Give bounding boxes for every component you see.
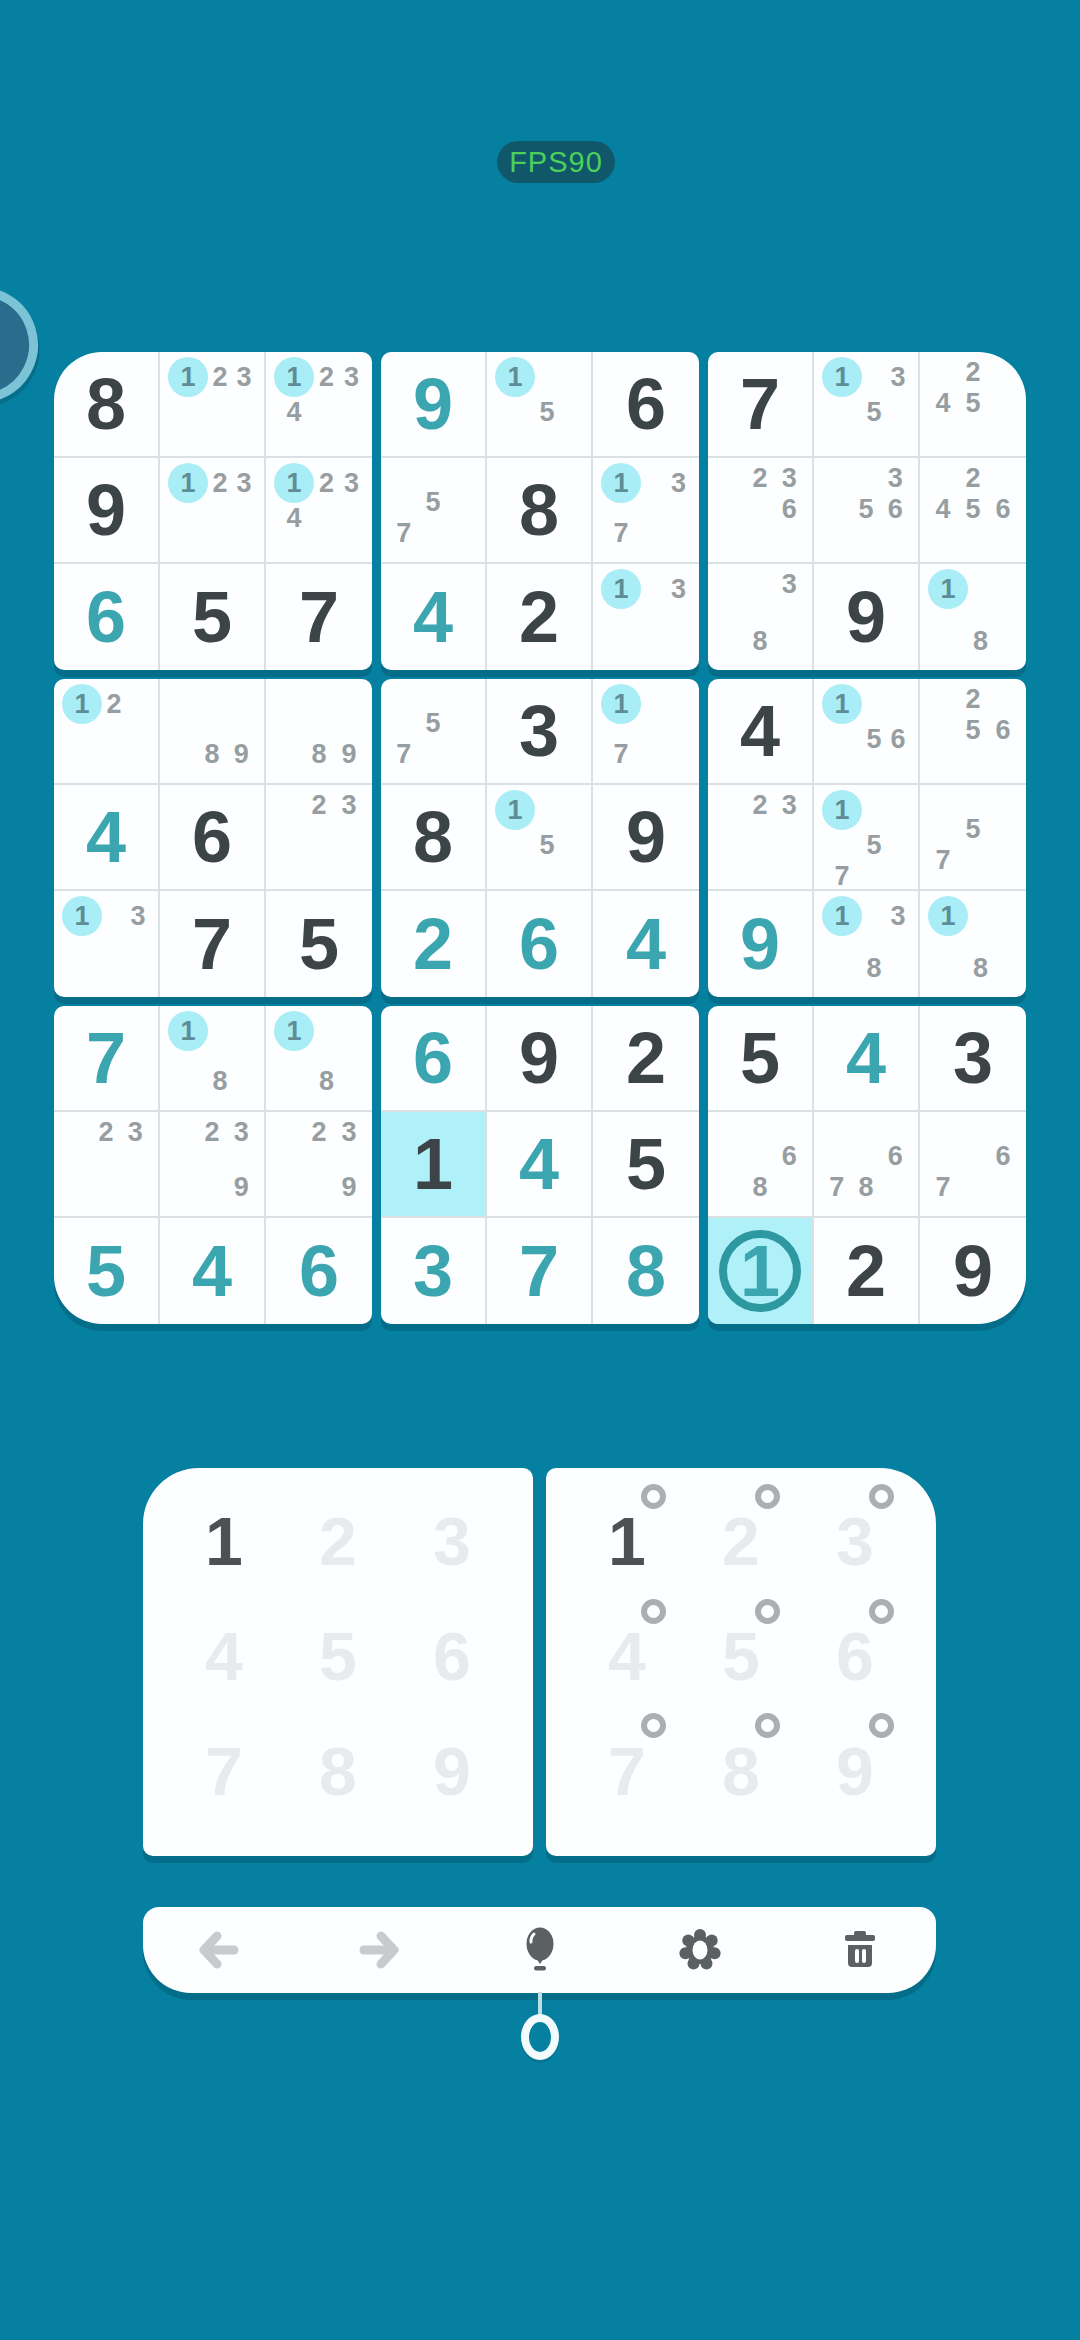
cell-note: 8 bbox=[314, 1066, 339, 1097]
cell-notes: 12 bbox=[62, 684, 150, 770]
key-label: 3 bbox=[836, 1502, 874, 1580]
board-cell[interactable]: 67 bbox=[920, 1112, 1026, 1218]
cell-notes: 1234 bbox=[274, 357, 364, 443]
undo-button[interactable] bbox=[191, 1922, 247, 1978]
cell-note: 5 bbox=[958, 814, 988, 845]
board-cell[interactable]: 4 bbox=[708, 679, 814, 785]
board-cell[interactable]: 1234 bbox=[266, 458, 372, 564]
number-pad: 123456789 bbox=[143, 1468, 533, 1856]
board-cell[interactable]: 8 bbox=[593, 1218, 699, 1324]
cell-note: 3 bbox=[775, 463, 804, 494]
board-cell[interactable]: 239 bbox=[266, 1112, 372, 1218]
board-cell[interactable]: 1 bbox=[708, 1218, 814, 1324]
board-cell[interactable]: 57 bbox=[920, 785, 1026, 891]
cell-value: 5 bbox=[626, 1128, 666, 1200]
cell-notes: 256 bbox=[928, 684, 1018, 770]
digit-key[interactable]: 9 bbox=[395, 1713, 509, 1828]
board-cell[interactable]: 9 bbox=[920, 1218, 1026, 1324]
board-cell[interactable]: 7 bbox=[54, 1006, 160, 1112]
cell-note: 3 bbox=[886, 896, 910, 936]
key-label: 8 bbox=[319, 1732, 357, 1810]
board-cell[interactable]: 23 bbox=[708, 785, 814, 891]
cell-note: 7 bbox=[928, 1172, 958, 1203]
settings-button[interactable] bbox=[672, 1922, 728, 1978]
note-digit-key[interactable]: 5 bbox=[684, 1599, 798, 1714]
cell-note: 5 bbox=[535, 397, 559, 428]
cell-notes: 156 bbox=[822, 684, 910, 770]
cell-notes: 68 bbox=[716, 1117, 804, 1203]
cell-notes: 18 bbox=[928, 896, 1018, 984]
cell-value: 9 bbox=[86, 474, 126, 546]
cell-value: 5 bbox=[86, 1235, 126, 1307]
erase-button[interactable] bbox=[832, 1922, 888, 1978]
key-label: 8 bbox=[722, 1732, 760, 1810]
cell-notes: 157 bbox=[822, 790, 910, 876]
cell-note: 1 bbox=[822, 790, 862, 830]
pencil-ring-icon bbox=[641, 1599, 666, 1624]
cell-note: 3 bbox=[232, 463, 256, 503]
cell-value: 5 bbox=[192, 581, 232, 653]
board-cell[interactable]: 123 bbox=[160, 458, 266, 564]
board-cell[interactable]: 2 bbox=[593, 1006, 699, 1112]
board-cell[interactable]: 6 bbox=[266, 1218, 372, 1324]
board-cell[interactable]: 23 bbox=[54, 1112, 160, 1218]
cell-note: 5 bbox=[418, 487, 447, 518]
board-cell[interactable]: 15 bbox=[487, 352, 593, 458]
board-cell[interactable]: 239 bbox=[160, 1112, 266, 1218]
cell-note: 2 bbox=[208, 463, 232, 503]
board-cell[interactable]: 138 bbox=[814, 891, 920, 997]
pencil-ring-icon bbox=[641, 1713, 666, 1738]
cell-value: 4 bbox=[192, 1235, 232, 1307]
board-cell[interactable]: 7 bbox=[487, 1218, 593, 1324]
cell-notes: 17 bbox=[601, 684, 691, 770]
cell-value: 7 bbox=[192, 908, 232, 980]
board-cell[interactable]: 13 bbox=[54, 891, 160, 997]
cell-notes: 23 bbox=[274, 790, 364, 876]
board-cell[interactable]: 156 bbox=[814, 679, 920, 785]
cell-note: 2 bbox=[314, 463, 339, 503]
cell-notes: 67 bbox=[928, 1117, 1018, 1203]
board-cell[interactable]: 6 bbox=[593, 352, 699, 458]
cell-note: 5 bbox=[958, 494, 988, 525]
cell-note: 2 bbox=[745, 463, 774, 494]
board-cell[interactable]: 2456 bbox=[920, 458, 1026, 564]
board-box: 8123123491231234657 bbox=[54, 352, 372, 670]
cell-value: 3 bbox=[953, 1022, 993, 1094]
cell-value: 5 bbox=[740, 1022, 780, 1094]
board-cell[interactable]: 236 bbox=[708, 458, 814, 564]
key-label: 7 bbox=[608, 1732, 646, 1810]
cell-note: 3 bbox=[886, 357, 910, 397]
cell-notes: 38 bbox=[716, 569, 804, 657]
cell-note: 3 bbox=[121, 1117, 150, 1148]
board-cell[interactable]: 9 bbox=[708, 891, 814, 997]
cell-notes: 23 bbox=[716, 790, 804, 876]
digit-key[interactable]: 2 bbox=[281, 1484, 395, 1599]
board-cell[interactable]: 9 bbox=[54, 458, 160, 564]
lightbulb-icon bbox=[513, 1923, 567, 1977]
key-label: 4 bbox=[205, 1617, 243, 1695]
board-cell[interactable]: 68 bbox=[708, 1112, 814, 1218]
board-cell[interactable]: 9 bbox=[487, 1006, 593, 1112]
board-cell[interactable]: 18 bbox=[266, 1006, 372, 1112]
cell-value: 7 bbox=[86, 1022, 126, 1094]
board-cell[interactable]: 3 bbox=[487, 679, 593, 785]
board-box: 692145378 bbox=[381, 1006, 699, 1324]
cell-notes: 137 bbox=[601, 463, 691, 549]
cell-value: 4 bbox=[740, 695, 780, 767]
board-box: 41562562315757913818 bbox=[708, 679, 1026, 997]
board-cell[interactable]: 4 bbox=[487, 1112, 593, 1218]
board-cell[interactable]: 5 bbox=[160, 564, 266, 670]
cell-note: 7 bbox=[389, 739, 418, 770]
cell-value: 1 bbox=[413, 1128, 453, 1200]
note-digit-key[interactable]: 1 bbox=[570, 1484, 684, 1599]
cell-note: 1 bbox=[601, 463, 641, 503]
board-cell[interactable]: 256 bbox=[920, 679, 1026, 785]
board-cell[interactable]: 9 bbox=[593, 785, 699, 891]
board-cell[interactable]: 135 bbox=[814, 352, 920, 458]
digit-key[interactable]: 1 bbox=[167, 1484, 281, 1599]
cell-notes: 239 bbox=[168, 1117, 256, 1203]
cell-note: 3 bbox=[666, 569, 691, 609]
pencil-ring-icon bbox=[641, 1484, 666, 1509]
digit-key[interactable]: 3 bbox=[395, 1484, 509, 1599]
board-cell[interactable]: 57 bbox=[381, 458, 487, 564]
cell-value: 6 bbox=[86, 581, 126, 653]
cell-value: 6 bbox=[192, 801, 232, 873]
cell-note: 6 bbox=[775, 494, 804, 525]
cell-value: 7 bbox=[519, 1235, 559, 1307]
board-cell[interactable]: 4 bbox=[160, 1218, 266, 1324]
key-label: 9 bbox=[836, 1732, 874, 1810]
fps-label: FPS90 bbox=[509, 146, 603, 179]
board-cell[interactable]: 57 bbox=[381, 679, 487, 785]
board-cell[interactable]: 137 bbox=[593, 458, 699, 564]
board-cell[interactable]: 3 bbox=[920, 1006, 1026, 1112]
board-cell[interactable]: 6 bbox=[54, 564, 160, 670]
cell-notes: 123 bbox=[168, 463, 256, 549]
cell-value: 4 bbox=[846, 1022, 886, 1094]
cell-note: 1 bbox=[495, 357, 535, 397]
cell-notes: 1234 bbox=[274, 463, 364, 549]
cell-note: 6 bbox=[775, 1141, 804, 1172]
cell-note: 3 bbox=[666, 463, 691, 503]
cell-note: 5 bbox=[958, 715, 988, 746]
note-digit-key[interactable]: 7 bbox=[570, 1713, 684, 1828]
board-cell[interactable]: 2 bbox=[487, 564, 593, 670]
digit-key[interactable]: 5 bbox=[281, 1599, 395, 1714]
cell-note: 3 bbox=[775, 569, 804, 600]
cell-note: 8 bbox=[745, 1172, 774, 1203]
board-cell[interactable]: 18 bbox=[160, 1006, 266, 1112]
cell-value: 9 bbox=[519, 1022, 559, 1094]
cell-note: 1 bbox=[62, 896, 102, 936]
cell-value: 8 bbox=[86, 368, 126, 440]
cell-notes: 18 bbox=[928, 569, 1018, 657]
cell-note: 4 bbox=[928, 494, 958, 525]
cell-note: 2 bbox=[304, 790, 334, 821]
key-label: 9 bbox=[433, 1732, 471, 1810]
pencil-ring-icon bbox=[869, 1713, 894, 1738]
board-cell[interactable]: 13 bbox=[593, 564, 699, 670]
cell-notes: 236 bbox=[716, 463, 804, 549]
digit-key[interactable]: 6 bbox=[395, 1599, 509, 1714]
cell-note: 9 bbox=[334, 739, 364, 770]
note-digit-key[interactable]: 8 bbox=[684, 1713, 798, 1828]
board-cell[interactable]: 1 bbox=[381, 1112, 487, 1218]
board-cell[interactable]: 8 bbox=[381, 785, 487, 891]
cell-value: 5 bbox=[299, 908, 339, 980]
cell-value: 2 bbox=[413, 908, 453, 980]
board-cell[interactable]: 4 bbox=[593, 891, 699, 997]
cell-notes: 678 bbox=[822, 1117, 910, 1203]
key-label: 4 bbox=[608, 1617, 646, 1695]
board-cell[interactable]: 7 bbox=[708, 352, 814, 458]
board-cell[interactable]: 2 bbox=[814, 1218, 920, 1324]
cell-note: 3 bbox=[334, 1117, 364, 1148]
board-cell[interactable]: 5 bbox=[266, 891, 372, 997]
board-cell[interactable]: 5 bbox=[593, 1112, 699, 1218]
cell-notes: 2456 bbox=[928, 463, 1018, 549]
board-cell[interactable]: 9 bbox=[814, 564, 920, 670]
board-cell[interactable]: 245 bbox=[920, 352, 1026, 458]
cell-value: 4 bbox=[626, 908, 666, 980]
board-cell[interactable]: 8 bbox=[487, 458, 593, 564]
board-cell[interactable]: 89 bbox=[160, 679, 266, 785]
cell-note: 3 bbox=[232, 357, 256, 397]
digit-key[interactable]: 4 bbox=[167, 1599, 281, 1714]
key-label: 5 bbox=[722, 1617, 760, 1695]
cell-notes: 89 bbox=[274, 684, 364, 770]
notes-pad: 123456789 bbox=[546, 1468, 936, 1856]
cell-note: 6 bbox=[886, 724, 910, 755]
board-cell[interactable]: 123 bbox=[160, 352, 266, 458]
board-cell[interactable]: 15 bbox=[487, 785, 593, 891]
cell-note: 8 bbox=[862, 953, 886, 984]
fps-badge: FPS90 bbox=[497, 141, 615, 183]
key-label: 1 bbox=[608, 1502, 646, 1580]
key-label: 6 bbox=[836, 1617, 874, 1695]
cell-note: 3 bbox=[339, 463, 364, 503]
board-cell[interactable]: 8 bbox=[54, 352, 160, 458]
pencil-ring-icon bbox=[755, 1484, 780, 1509]
cell-note: 6 bbox=[881, 1141, 910, 1172]
cell-note: 2 bbox=[745, 790, 774, 821]
cell-note: 1 bbox=[274, 463, 314, 503]
cell-note: 8 bbox=[208, 1066, 232, 1097]
board-cell[interactable]: 89 bbox=[266, 679, 372, 785]
board-cell[interactable]: 23 bbox=[266, 785, 372, 891]
cell-note: 5 bbox=[958, 388, 988, 419]
cell-value: 8 bbox=[413, 801, 453, 873]
cell-notes: 57 bbox=[928, 790, 1018, 876]
cell-note: 5 bbox=[418, 708, 447, 739]
cell-note: 1 bbox=[928, 569, 968, 609]
toolbar bbox=[143, 1907, 936, 1993]
cell-note: 9 bbox=[334, 1172, 364, 1203]
cell-note: 1 bbox=[822, 896, 862, 936]
cell-note: 1 bbox=[601, 684, 641, 724]
cell-note: 7 bbox=[389, 518, 418, 549]
cell-note: 1 bbox=[928, 896, 968, 936]
cell-note: 8 bbox=[745, 626, 774, 657]
pencil-ring-icon bbox=[755, 1713, 780, 1738]
redo-button[interactable] bbox=[351, 1922, 407, 1978]
cell-value: 6 bbox=[299, 1235, 339, 1307]
cell-value: 7 bbox=[740, 368, 780, 440]
cell-note: 5 bbox=[862, 830, 886, 861]
cell-notes: 18 bbox=[274, 1011, 364, 1097]
board-cell[interactable]: 4 bbox=[54, 785, 160, 891]
cell-note: 6 bbox=[988, 715, 1018, 746]
cell-note: 8 bbox=[197, 739, 226, 770]
cell-note: 3 bbox=[334, 790, 364, 821]
cell-value: 7 bbox=[299, 581, 339, 653]
cell-notes: 57 bbox=[389, 684, 477, 770]
cell-value: 9 bbox=[740, 908, 780, 980]
cell-value: 2 bbox=[626, 1022, 666, 1094]
cell-note: 1 bbox=[822, 684, 862, 724]
cell-value: 9 bbox=[626, 801, 666, 873]
cell-note: 2 bbox=[208, 357, 232, 397]
board-box: 91565781374213 bbox=[381, 352, 699, 670]
cell-note: 9 bbox=[227, 1172, 256, 1203]
cell-note: 8 bbox=[968, 626, 993, 657]
cell-note: 8 bbox=[851, 1172, 880, 1203]
board-cell[interactable]: 6 bbox=[160, 785, 266, 891]
cell-note: 3 bbox=[339, 357, 364, 397]
cell-note: 6 bbox=[988, 1141, 1018, 1172]
board-cell[interactable]: 6 bbox=[487, 891, 593, 997]
cell-note: 2 bbox=[304, 1117, 334, 1148]
cell-note: 2 bbox=[91, 1117, 120, 1148]
cell-value: 9 bbox=[846, 581, 886, 653]
digit-key[interactable]: 8 bbox=[281, 1713, 395, 1828]
board-cell[interactable]: 18 bbox=[920, 891, 1026, 997]
board-box: 5436867867129 bbox=[708, 1006, 1026, 1324]
cell-note: 7 bbox=[928, 845, 958, 876]
board-box: 573178159264 bbox=[381, 679, 699, 997]
cell-value: 3 bbox=[413, 1235, 453, 1307]
key-label: 7 bbox=[205, 1732, 243, 1810]
note-digit-key[interactable]: 4 bbox=[570, 1599, 684, 1714]
redo-arrow-icon bbox=[352, 1923, 406, 1977]
hint-button[interactable] bbox=[512, 1922, 568, 1978]
note-digit-key[interactable]: 3 bbox=[798, 1484, 912, 1599]
digit-key[interactable]: 7 bbox=[167, 1713, 281, 1828]
trash-icon bbox=[833, 1923, 887, 1977]
board-cell[interactable]: 4 bbox=[814, 1006, 920, 1112]
cell-value: 9 bbox=[953, 1235, 993, 1307]
cell-note: 5 bbox=[862, 724, 886, 755]
board-cell[interactable]: 2 bbox=[381, 891, 487, 997]
note-digit-key[interactable]: 9 bbox=[798, 1713, 912, 1828]
cell-note: 1 bbox=[274, 1011, 314, 1051]
cell-notes: 138 bbox=[822, 896, 910, 984]
key-label: 6 bbox=[433, 1617, 471, 1695]
board-cell[interactable]: 7 bbox=[266, 564, 372, 670]
cell-notes: 13 bbox=[62, 896, 150, 984]
board-box: 7181823239239546 bbox=[54, 1006, 372, 1324]
cell-note: 1 bbox=[601, 569, 641, 609]
board-cell[interactable]: 6 bbox=[381, 1006, 487, 1112]
cell-note: 1 bbox=[168, 1011, 208, 1051]
drag-handle[interactable] bbox=[521, 2014, 559, 2060]
cell-notes: 57 bbox=[389, 463, 477, 549]
key-label: 3 bbox=[433, 1502, 471, 1580]
cell-value: 4 bbox=[519, 1128, 559, 1200]
board-box: 7135245236356245638918 bbox=[708, 352, 1026, 670]
level-badge[interactable]: 22 bbox=[0, 272, 53, 418]
board-cell[interactable]: 356 bbox=[814, 458, 920, 564]
cell-notes: 89 bbox=[168, 684, 256, 770]
cell-note: 3 bbox=[775, 790, 804, 821]
board-cell[interactable]: 3 bbox=[381, 1218, 487, 1324]
board-cell[interactable]: 157 bbox=[814, 785, 920, 891]
cell-notes: 15 bbox=[495, 790, 583, 876]
cell-notes: 15 bbox=[495, 357, 583, 443]
sudoku-app-screen: FPS90 22 8123123491231234657915657813742… bbox=[0, 0, 1080, 2340]
cell-note: 1 bbox=[168, 357, 208, 397]
cell-note: 9 bbox=[227, 739, 256, 770]
key-label: 2 bbox=[722, 1502, 760, 1580]
cell-value: 6 bbox=[626, 368, 666, 440]
cell-notes: 356 bbox=[822, 463, 910, 549]
cell-note: 1 bbox=[495, 790, 535, 830]
cell-notes: 23 bbox=[62, 1117, 150, 1203]
board-cell[interactable]: 17 bbox=[593, 679, 699, 785]
cell-note: 2 bbox=[102, 684, 126, 724]
note-digit-key[interactable]: 6 bbox=[798, 1599, 912, 1714]
cell-value: 6 bbox=[413, 1022, 453, 1094]
pencil-ring-icon bbox=[869, 1599, 894, 1624]
cell-value: 8 bbox=[626, 1235, 666, 1307]
key-label: 5 bbox=[319, 1617, 357, 1695]
board-cell[interactable]: 38 bbox=[708, 564, 814, 670]
board-cell[interactable]: 18 bbox=[920, 564, 1026, 670]
board-cell[interactable]: 7 bbox=[160, 891, 266, 997]
cell-note: 5 bbox=[535, 830, 559, 861]
cell-note: 7 bbox=[601, 739, 641, 770]
board-cell[interactable]: 4 bbox=[381, 564, 487, 670]
cell-value: 3 bbox=[519, 695, 559, 767]
board-cell[interactable]: 12 bbox=[54, 679, 160, 785]
cell-note: 8 bbox=[968, 953, 993, 984]
board-cell[interactable]: 1234 bbox=[266, 352, 372, 458]
cell-notes: 18 bbox=[168, 1011, 256, 1097]
board-cell[interactable]: 5 bbox=[54, 1218, 160, 1324]
cell-note: 1 bbox=[274, 357, 314, 397]
note-digit-key[interactable]: 2 bbox=[684, 1484, 798, 1599]
cell-note: 2 bbox=[958, 463, 988, 494]
pencil-ring-icon bbox=[755, 1599, 780, 1624]
cell-note: 6 bbox=[988, 494, 1018, 525]
cell-notes: 13 bbox=[601, 569, 691, 657]
board-cell[interactable]: 678 bbox=[814, 1112, 920, 1218]
cell-note: 2 bbox=[958, 684, 988, 715]
cell-value: 9 bbox=[413, 368, 453, 440]
board-box: 12898946231375 bbox=[54, 679, 372, 997]
cell-notes: 123 bbox=[168, 357, 256, 443]
cell-value: 4 bbox=[86, 801, 126, 873]
cell-note: 6 bbox=[881, 494, 910, 525]
board-cell[interactable]: 9 bbox=[381, 352, 487, 458]
cell-note: 5 bbox=[851, 494, 880, 525]
board-cell[interactable]: 5 bbox=[708, 1006, 814, 1112]
cell-note: 1 bbox=[62, 684, 102, 724]
